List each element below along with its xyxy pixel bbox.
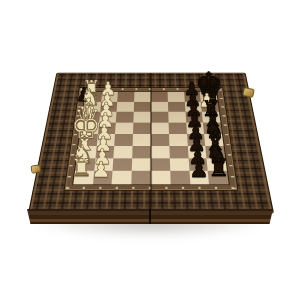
board-square[interactable] [169,134,188,146]
board-square[interactable] [151,101,168,111]
board-square[interactable] [189,171,209,185]
board-square[interactable] [81,112,100,123]
board-square[interactable] [134,91,151,101]
board-square[interactable] [115,134,134,146]
board-square[interactable] [151,171,171,185]
chess-board [28,73,274,214]
board-square[interactable] [95,146,114,158]
board-square[interactable] [112,171,132,185]
board-square[interactable] [201,101,219,111]
board-square[interactable] [151,146,170,158]
board-square[interactable] [118,91,135,101]
board-square[interactable] [92,171,112,185]
board-square[interactable] [151,123,169,134]
board-square[interactable] [208,171,229,185]
board-square[interactable] [115,123,133,134]
board-square[interactable] [167,91,184,101]
board-square[interactable] [186,123,205,134]
board-square[interactable] [114,146,133,158]
board-square[interactable] [151,112,168,123]
board-square[interactable] [151,134,169,146]
board-square[interactable] [170,171,190,185]
board-square[interactable] [116,112,134,123]
board-square[interactable] [204,134,223,146]
board-square[interactable] [101,91,118,101]
board-square[interactable] [133,123,151,134]
board-square[interactable] [73,171,94,185]
board-square[interactable] [151,91,168,101]
board-fold-seam [150,73,152,213]
board-square[interactable] [96,134,115,146]
board-square[interactable] [206,146,226,158]
board-square[interactable] [100,101,118,111]
board-square[interactable] [184,101,202,111]
chess-set-photo: ♜♞♝♛♚♝♞♜♟♟♟♟♟♟♟♟♟♟♟♟♟♟♟♟♚♛♜♝♞♝♞♜♟♟ [0,0,300,300]
board-square[interactable] [98,123,117,134]
board-square[interactable] [78,134,97,146]
board-square[interactable] [99,112,117,123]
board-square[interactable] [202,112,221,123]
board-square[interactable] [168,123,186,134]
board-square[interactable] [76,146,96,158]
board-square[interactable] [117,101,134,111]
board-square[interactable] [187,134,206,146]
board-square[interactable] [134,101,151,111]
board-square[interactable] [207,158,227,171]
board-square[interactable] [187,146,206,158]
front-fold-seam [149,209,151,224]
brass-latch-left [30,164,41,174]
board-square[interactable] [75,158,95,171]
board-square[interactable] [170,158,190,171]
board-square[interactable] [84,91,102,101]
board-square[interactable] [132,158,151,171]
board-square[interactable] [80,123,99,134]
board-square[interactable] [168,112,186,123]
board-square[interactable] [113,158,133,171]
board-square[interactable] [203,123,222,134]
board-square[interactable] [168,101,185,111]
board-square[interactable] [133,134,151,146]
board-square[interactable] [132,146,151,158]
board-square[interactable] [200,91,218,101]
board-square[interactable] [151,158,170,171]
board-front-edge [27,209,273,224]
board-square[interactable] [185,112,203,123]
board-square[interactable] [94,158,114,171]
board-square[interactable] [134,112,151,123]
board-square[interactable] [169,146,188,158]
board-square[interactable] [83,101,101,111]
board-square[interactable] [188,158,208,171]
board-square[interactable] [131,171,151,185]
board-square[interactable] [184,91,201,101]
